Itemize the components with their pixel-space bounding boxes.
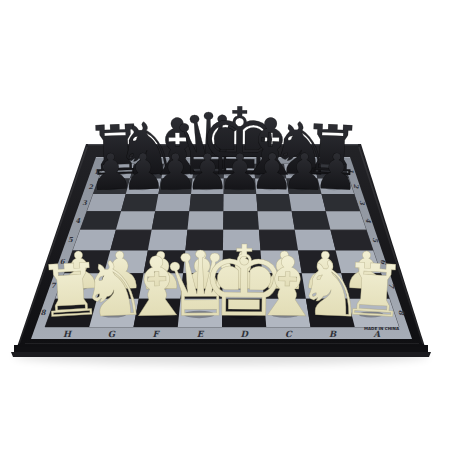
rank-label-left-4: 4: [75, 217, 80, 225]
rank-label-right-3: 3: [358, 200, 366, 205]
chess-board-scene: HGFEDCBAHGFEDCBA8877665544332211MADE IN …: [0, 0, 450, 450]
board-base-lip: [11, 352, 431, 357]
rank-label-left-3: 3: [82, 199, 87, 207]
square-a4[interactable]: [326, 211, 366, 230]
black-pawn-a2[interactable]: ♟: [313, 142, 360, 202]
rank-label-right-4: 4: [364, 218, 372, 223]
chess-set-product-photo: HGFEDCBAHGFEDCBA8877665544332211MADE IN …: [0, 0, 450, 450]
square-g4[interactable]: [116, 211, 155, 230]
square-b4[interactable]: [292, 211, 331, 230]
white-rook-a8[interactable]: ♜: [340, 247, 409, 335]
square-f4[interactable]: [152, 211, 190, 230]
square-h4[interactable]: [80, 211, 121, 230]
